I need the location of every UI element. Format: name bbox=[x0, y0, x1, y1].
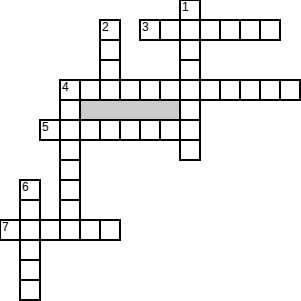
clue-number: 6 bbox=[22, 181, 29, 193]
grid-cell[interactable] bbox=[59, 99, 81, 121]
grid-cell[interactable] bbox=[239, 79, 261, 101]
grid-cell[interactable]: 4 bbox=[59, 79, 81, 101]
grid-cell[interactable] bbox=[59, 199, 81, 221]
grid-cell[interactable] bbox=[139, 79, 161, 101]
grid-cell[interactable] bbox=[219, 79, 241, 101]
grid-cell[interactable] bbox=[159, 19, 181, 41]
grid-cell[interactable] bbox=[239, 19, 261, 41]
clue-number: 3 bbox=[142, 21, 149, 33]
grid-cell[interactable] bbox=[179, 79, 201, 101]
grid-cell[interactable] bbox=[219, 19, 241, 41]
grid-cell[interactable] bbox=[119, 79, 141, 101]
grid-cell[interactable] bbox=[79, 79, 101, 101]
grid-cell[interactable] bbox=[59, 159, 81, 181]
grid-cell[interactable] bbox=[99, 59, 121, 81]
grid-cell[interactable] bbox=[19, 239, 41, 261]
grid-cell[interactable] bbox=[39, 219, 61, 241]
grid-cell[interactable] bbox=[99, 219, 121, 241]
clue-number: 2 bbox=[102, 21, 109, 33]
grid-cell[interactable] bbox=[99, 119, 121, 141]
grid-cell[interactable]: 5 bbox=[39, 119, 61, 141]
grid-cell[interactable] bbox=[179, 139, 201, 161]
crossword-grid: 1234567 bbox=[0, 0, 300, 300]
clue-number: 1 bbox=[182, 1, 189, 13]
grid-cell[interactable] bbox=[179, 19, 201, 41]
grid-cell[interactable]: 7 bbox=[0, 219, 21, 241]
grid-cell[interactable] bbox=[179, 39, 201, 61]
grid-cell[interactable]: 3 bbox=[139, 19, 161, 41]
grid-cell[interactable] bbox=[99, 79, 121, 101]
grid-cell[interactable] bbox=[279, 79, 301, 101]
grid-cell[interactable] bbox=[199, 79, 221, 101]
grid-cell[interactable] bbox=[59, 119, 81, 141]
grid-cell[interactable] bbox=[79, 119, 101, 141]
grid-cell[interactable] bbox=[259, 79, 281, 101]
grid-cell[interactable]: 1 bbox=[179, 0, 201, 21]
grid-cell[interactable] bbox=[199, 19, 221, 41]
grid-cell[interactable]: 2 bbox=[99, 19, 121, 41]
grid-cell[interactable]: 6 bbox=[19, 179, 41, 201]
crossword-board-frame: 1234567 bbox=[0, 0, 301, 301]
grid-cell[interactable] bbox=[179, 119, 201, 141]
grid-cell[interactable] bbox=[19, 199, 41, 221]
clue-number: 7 bbox=[2, 221, 9, 233]
grid-cell[interactable] bbox=[19, 279, 41, 301]
grid-cell[interactable] bbox=[99, 39, 121, 61]
grid-cell[interactable] bbox=[139, 119, 161, 141]
grid-cell[interactable] bbox=[179, 59, 201, 81]
clue-number: 4 bbox=[62, 81, 69, 93]
grid-cell[interactable] bbox=[59, 219, 81, 241]
grid-cell[interactable] bbox=[59, 139, 81, 161]
grid-cell[interactable] bbox=[259, 19, 281, 41]
grid-cell[interactable] bbox=[79, 219, 101, 241]
grid-cell[interactable] bbox=[59, 179, 81, 201]
grid-cell[interactable] bbox=[159, 79, 181, 101]
grid-cell[interactable] bbox=[119, 119, 141, 141]
grid-cell[interactable] bbox=[19, 219, 41, 241]
grid-cell[interactable] bbox=[159, 119, 181, 141]
grid-cell[interactable] bbox=[19, 259, 41, 281]
shaded-block bbox=[79, 99, 181, 121]
clue-number: 5 bbox=[42, 121, 49, 133]
grid-cell[interactable] bbox=[179, 99, 201, 121]
